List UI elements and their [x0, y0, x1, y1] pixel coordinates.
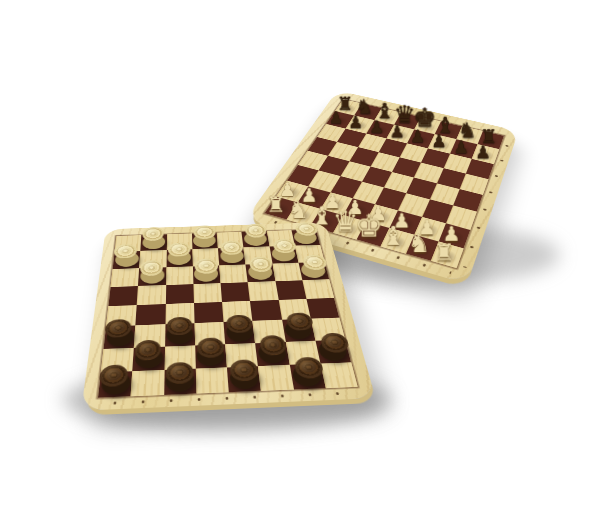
checkers-square-c1[interactable]	[164, 368, 197, 394]
checkers-square-d1[interactable]	[196, 367, 229, 393]
checker-light-piece[interactable]	[244, 224, 267, 238]
chess-square-h1[interactable]: ♜	[431, 241, 464, 268]
checkers-square-f8[interactable]	[242, 231, 270, 248]
product-photo-scene: ♜♞♝♛♚♝♞♜♟♟♟♟♟♟♟♟♟♟♟♟♟♟♟♟♜♞♝♛♚♝♞♜	[0, 0, 600, 505]
checker-light-piece[interactable]	[220, 240, 244, 255]
checkers-square-h8[interactable]	[291, 229, 320, 245]
checker-light-piece[interactable]	[142, 227, 164, 241]
checkers-square-b5[interactable]	[137, 285, 166, 305]
checkers-board-grid	[98, 229, 358, 397]
checkers-square-a5[interactable]	[108, 286, 138, 306]
checker-dark-piece[interactable]	[226, 314, 253, 333]
checker-light-piece[interactable]	[195, 258, 219, 274]
checker-dark-piece[interactable]	[166, 316, 192, 335]
checkers-board	[81, 222, 376, 410]
checkers-square-e7[interactable]	[218, 248, 246, 266]
chess-piece-dark-pawn[interactable]: ♟	[465, 143, 501, 161]
checkers-square-a1[interactable]	[98, 371, 133, 398]
checker-light-piece[interactable]	[139, 260, 163, 276]
checker-dark-piece[interactable]	[258, 335, 287, 355]
checkers-square-b1[interactable]	[131, 370, 164, 397]
checkers-square-f5[interactable]	[248, 281, 278, 301]
checkers-square-h2[interactable]	[315, 339, 351, 363]
checkers-square-h4[interactable]	[306, 298, 339, 319]
checker-dark-piece[interactable]	[134, 339, 161, 360]
checkers-square-e6[interactable]	[219, 264, 248, 283]
checkers-square-d4[interactable]	[194, 302, 224, 323]
checkers-square-c7[interactable]	[166, 249, 193, 267]
checkers-square-c3[interactable]	[165, 323, 195, 346]
checkers-square-h5[interactable]	[302, 279, 334, 299]
checkers-square-g7[interactable]	[269, 246, 298, 263]
checkers-square-b6[interactable]	[138, 267, 166, 286]
checker-dark-piece[interactable]	[197, 337, 224, 358]
checker-dark-piece[interactable]	[230, 359, 259, 381]
checker-dark-piece[interactable]	[293, 357, 324, 379]
checkers-square-b2[interactable]	[133, 346, 165, 371]
checker-light-piece[interactable]	[114, 244, 138, 259]
checkers-square-a3[interactable]	[104, 326, 136, 349]
checkers-square-d6[interactable]	[193, 265, 221, 284]
checkers-square-d2[interactable]	[195, 344, 227, 369]
chess-piece-light-rook[interactable]: ♜	[422, 241, 465, 264]
checkers-square-b4[interactable]	[136, 304, 166, 326]
checker-light-piece[interactable]	[294, 222, 319, 236]
checkers-square-d5[interactable]	[193, 283, 222, 303]
checkers-square-g1[interactable]	[289, 363, 325, 389]
checkers-square-h6[interactable]	[298, 262, 329, 281]
checkers-board-wood-border	[81, 222, 376, 410]
checker-light-piece[interactable]	[193, 225, 215, 239]
checkers-square-e1[interactable]	[227, 366, 261, 392]
checker-light-piece[interactable]	[168, 242, 191, 257]
checker-dark-piece[interactable]	[104, 319, 131, 338]
checkers-square-c6[interactable]	[166, 266, 193, 285]
checkers-square-f6[interactable]	[246, 263, 275, 282]
checker-light-piece[interactable]	[302, 254, 328, 270]
checker-dark-piece[interactable]	[319, 332, 350, 352]
checkers-square-e5[interactable]	[221, 282, 251, 302]
checkers-square-h1[interactable]	[320, 362, 357, 388]
checkers-square-f2[interactable]	[255, 342, 289, 366]
checkers-square-a6[interactable]	[111, 268, 140, 287]
checker-dark-piece[interactable]	[285, 312, 314, 331]
checkers-square-g6[interactable]	[272, 263, 302, 282]
checker-dark-piece[interactable]	[165, 362, 193, 384]
checker-light-piece[interactable]	[248, 256, 273, 272]
checkers-square-g5[interactable]	[275, 280, 306, 300]
checkers-square-f4[interactable]	[250, 300, 281, 321]
checkers-square-a7[interactable]	[113, 251, 141, 269]
checkers-square-e3[interactable]	[224, 321, 256, 344]
checkers-square-b8[interactable]	[141, 234, 167, 251]
checkers-square-d8[interactable]	[192, 233, 218, 250]
checkers-square-f1[interactable]	[258, 365, 293, 391]
checkers-square-g3[interactable]	[282, 319, 316, 342]
checkers-square-c5[interactable]	[165, 284, 193, 304]
